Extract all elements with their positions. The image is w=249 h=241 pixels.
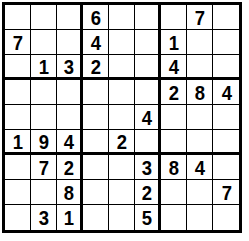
cell-r8c2[interactable] — [31, 180, 57, 205]
cell-r6c6[interactable] — [135, 130, 161, 155]
cell-r3c7[interactable]: 4 — [161, 55, 187, 80]
given-digit: 4 — [64, 131, 73, 152]
cell-r9c1[interactable] — [5, 205, 31, 230]
given-digit: 2 — [169, 82, 178, 103]
cell-r5c3[interactable] — [57, 105, 83, 130]
cell-r9c8[interactable] — [187, 205, 213, 230]
cell-r5c9[interactable] — [213, 105, 239, 130]
cell-r9c2[interactable]: 3 — [31, 205, 57, 230]
cell-r9c3[interactable]: 1 — [57, 205, 83, 230]
cell-r4c2[interactable] — [31, 80, 57, 105]
cell-r4c1[interactable] — [5, 80, 31, 105]
given-digit: 7 — [221, 182, 230, 203]
cell-r1c8[interactable]: 7 — [187, 5, 213, 30]
cell-r7c5[interactable] — [109, 155, 135, 180]
cell-r2c2[interactable] — [31, 30, 57, 55]
cell-r5c8[interactable] — [187, 105, 213, 130]
cell-r3c9[interactable] — [213, 55, 239, 80]
sudoku-board-container: 6774113242844194272384827315 — [2, 2, 242, 233]
cell-r5c1[interactable] — [5, 105, 31, 130]
cell-r8c1[interactable] — [5, 180, 31, 205]
cell-r2c4[interactable]: 4 — [83, 30, 109, 55]
cell-r3c5[interactable] — [109, 55, 135, 80]
cell-r6c1[interactable]: 1 — [5, 130, 31, 155]
cell-r7c3[interactable]: 2 — [57, 155, 83, 180]
given-digit: 2 — [91, 56, 100, 77]
given-digit: 1 — [64, 207, 73, 228]
cell-r6c4[interactable] — [83, 130, 109, 155]
cell-r3c6[interactable] — [135, 55, 161, 80]
cell-r8c3[interactable]: 8 — [57, 180, 83, 205]
cell-r7c7[interactable]: 8 — [161, 155, 187, 180]
cell-r3c3[interactable]: 3 — [57, 55, 83, 80]
sudoku-board: 6774113242844194272384827315 — [2, 2, 242, 233]
given-digit: 1 — [39, 56, 48, 77]
cell-r9c6[interactable]: 5 — [135, 205, 161, 230]
cell-r2c1[interactable]: 7 — [5, 30, 31, 55]
given-digit: 3 — [39, 207, 48, 228]
given-digit: 8 — [195, 82, 204, 103]
cell-r1c6[interactable] — [135, 5, 161, 30]
cell-r2c7[interactable]: 1 — [161, 30, 187, 55]
cell-r6c7[interactable] — [161, 130, 187, 155]
given-digit: 2 — [64, 157, 73, 178]
given-digit: 2 — [117, 131, 126, 152]
given-digit: 4 — [169, 56, 178, 77]
cell-r8c4[interactable] — [83, 180, 109, 205]
cell-r2c3[interactable] — [57, 30, 83, 55]
cell-r4c3[interactable] — [57, 80, 83, 105]
cell-r9c4[interactable] — [83, 205, 109, 230]
given-digit: 8 — [64, 182, 73, 203]
cell-r7c4[interactable] — [83, 155, 109, 180]
cell-r2c6[interactable] — [135, 30, 161, 55]
cell-r1c3[interactable] — [57, 5, 83, 30]
cell-r1c1[interactable] — [5, 5, 31, 30]
given-digit: 7 — [39, 157, 48, 178]
cell-r8c9[interactable]: 7 — [213, 180, 239, 205]
cell-r3c8[interactable] — [187, 55, 213, 80]
cell-r1c9[interactable] — [213, 5, 239, 30]
cell-r1c5[interactable] — [109, 5, 135, 30]
cell-r1c2[interactable] — [31, 5, 57, 30]
cell-r8c6[interactable]: 2 — [135, 180, 161, 205]
cell-r6c8[interactable] — [187, 130, 213, 155]
cell-r6c5[interactable]: 2 — [109, 130, 135, 155]
cell-r2c9[interactable] — [213, 30, 239, 55]
given-digit: 4 — [91, 32, 100, 53]
cell-r8c7[interactable] — [161, 180, 187, 205]
cell-r4c9[interactable]: 4 — [213, 80, 239, 105]
cell-r3c2[interactable]: 1 — [31, 55, 57, 80]
cell-r9c7[interactable] — [161, 205, 187, 230]
given-digit: 2 — [142, 182, 151, 203]
cell-r9c9[interactable] — [213, 205, 239, 230]
cell-r6c9[interactable] — [213, 130, 239, 155]
cell-r3c4[interactable]: 2 — [83, 55, 109, 80]
cell-r4c5[interactable] — [109, 80, 135, 105]
cell-r5c6[interactable]: 4 — [135, 105, 161, 130]
cell-r8c5[interactable] — [109, 180, 135, 205]
given-digit: 8 — [169, 157, 178, 178]
cell-r9c5[interactable] — [109, 205, 135, 230]
given-digit: 4 — [221, 82, 230, 103]
cell-r5c2[interactable] — [31, 105, 57, 130]
cell-r2c5[interactable] — [109, 30, 135, 55]
cell-r5c4[interactable] — [83, 105, 109, 130]
cell-r3c1[interactable] — [5, 55, 31, 80]
cell-r6c3[interactable]: 4 — [57, 130, 83, 155]
cell-r7c8[interactable]: 4 — [187, 155, 213, 180]
cell-r5c5[interactable] — [109, 105, 135, 130]
given-digit: 9 — [39, 131, 48, 152]
given-digit: 4 — [142, 107, 151, 128]
cell-r4c6[interactable] — [135, 80, 161, 105]
cell-r4c7[interactable]: 2 — [161, 80, 187, 105]
cell-r8c8[interactable] — [187, 180, 213, 205]
given-digit: 7 — [195, 7, 204, 28]
cell-r1c4[interactable]: 6 — [83, 5, 109, 30]
cell-r7c2[interactable]: 7 — [31, 155, 57, 180]
given-digit: 4 — [195, 157, 204, 178]
given-digit: 1 — [13, 131, 22, 152]
given-digit: 1 — [169, 32, 178, 53]
cell-r7c9[interactable] — [213, 155, 239, 180]
cell-r7c1[interactable] — [5, 155, 31, 180]
given-digit: 3 — [142, 157, 151, 178]
cell-r6c2[interactable]: 9 — [31, 130, 57, 155]
cell-r4c4[interactable] — [83, 80, 109, 105]
cell-r1c7[interactable] — [161, 5, 187, 30]
cell-r2c8[interactable] — [187, 30, 213, 55]
given-digit: 7 — [13, 32, 22, 53]
given-digit: 3 — [64, 56, 73, 77]
cell-r4c8[interactable]: 8 — [187, 80, 213, 105]
cell-r5c7[interactable] — [161, 105, 187, 130]
given-digit: 6 — [91, 7, 100, 28]
given-digit: 5 — [142, 207, 151, 228]
cell-r7c6[interactable]: 3 — [135, 155, 161, 180]
